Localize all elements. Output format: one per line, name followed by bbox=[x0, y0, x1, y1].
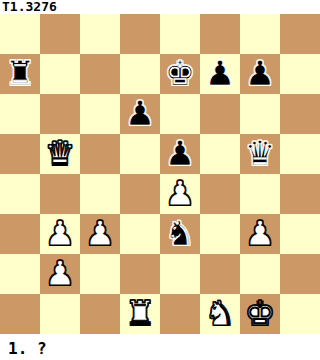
piece-white-king[interactable]: ♚ bbox=[245, 294, 275, 333]
square-d1[interactable]: ♜ bbox=[120, 294, 160, 334]
square-c7[interactable] bbox=[80, 54, 120, 94]
square-b1[interactable] bbox=[40, 294, 80, 334]
piece-black-queen[interactable]: ♛ bbox=[245, 134, 275, 173]
square-f3[interactable] bbox=[200, 214, 240, 254]
square-f5[interactable] bbox=[200, 134, 240, 174]
square-h4[interactable] bbox=[280, 174, 320, 214]
piece-black-rook[interactable]: ♜ bbox=[5, 54, 35, 93]
square-g8[interactable] bbox=[240, 14, 280, 54]
piece-black-king[interactable]: ♚ bbox=[165, 54, 195, 93]
square-e4[interactable]: ♟ bbox=[160, 174, 200, 214]
square-a5[interactable] bbox=[0, 134, 40, 174]
square-a8[interactable] bbox=[0, 14, 40, 54]
square-e5[interactable]: ♟ bbox=[160, 134, 200, 174]
square-a2[interactable] bbox=[0, 254, 40, 294]
square-f6[interactable] bbox=[200, 94, 240, 134]
square-g1[interactable]: ♚ bbox=[240, 294, 280, 334]
square-h2[interactable] bbox=[280, 254, 320, 294]
square-g4[interactable] bbox=[240, 174, 280, 214]
piece-white-queen[interactable]: ♛ bbox=[45, 134, 75, 173]
puzzle-page: T1.3276 ♜♚♟♟♟♛♟♛♟♟♟♞♟♟♜♞♚ 1. ? bbox=[0, 0, 320, 360]
square-c4[interactable] bbox=[80, 174, 120, 214]
square-e7[interactable]: ♚ bbox=[160, 54, 200, 94]
square-e2[interactable] bbox=[160, 254, 200, 294]
square-g7[interactable]: ♟ bbox=[240, 54, 280, 94]
square-a6[interactable] bbox=[0, 94, 40, 134]
piece-white-pawn[interactable]: ♟ bbox=[45, 214, 75, 253]
square-f8[interactable] bbox=[200, 14, 240, 54]
square-b3[interactable]: ♟ bbox=[40, 214, 80, 254]
piece-white-pawn[interactable]: ♟ bbox=[45, 254, 75, 293]
square-b7[interactable] bbox=[40, 54, 80, 94]
square-b6[interactable] bbox=[40, 94, 80, 134]
square-f4[interactable] bbox=[200, 174, 240, 214]
square-a4[interactable] bbox=[0, 174, 40, 214]
piece-white-pawn[interactable]: ♟ bbox=[165, 174, 195, 213]
piece-black-knight[interactable]: ♞ bbox=[165, 214, 195, 253]
square-c6[interactable] bbox=[80, 94, 120, 134]
square-h3[interactable] bbox=[280, 214, 320, 254]
square-e3[interactable]: ♞ bbox=[160, 214, 200, 254]
square-h7[interactable] bbox=[280, 54, 320, 94]
square-g2[interactable] bbox=[240, 254, 280, 294]
piece-black-pawn[interactable]: ♟ bbox=[125, 94, 155, 133]
square-g5[interactable]: ♛ bbox=[240, 134, 280, 174]
square-b4[interactable] bbox=[40, 174, 80, 214]
piece-white-pawn[interactable]: ♟ bbox=[85, 214, 115, 253]
square-c3[interactable]: ♟ bbox=[80, 214, 120, 254]
square-c5[interactable] bbox=[80, 134, 120, 174]
piece-white-rook[interactable]: ♜ bbox=[125, 294, 155, 333]
move-prompt: 1. ? bbox=[0, 339, 320, 358]
piece-black-pawn[interactable]: ♟ bbox=[245, 54, 275, 93]
chess-board: ♜♚♟♟♟♛♟♛♟♟♟♞♟♟♜♞♚ bbox=[0, 14, 320, 334]
square-d4[interactable] bbox=[120, 174, 160, 214]
square-e6[interactable] bbox=[160, 94, 200, 134]
square-f7[interactable]: ♟ bbox=[200, 54, 240, 94]
square-b2[interactable]: ♟ bbox=[40, 254, 80, 294]
piece-white-knight[interactable]: ♞ bbox=[205, 294, 235, 333]
square-d2[interactable] bbox=[120, 254, 160, 294]
square-f1[interactable]: ♞ bbox=[200, 294, 240, 334]
square-g3[interactable]: ♟ bbox=[240, 214, 280, 254]
square-h1[interactable] bbox=[280, 294, 320, 334]
square-d5[interactable] bbox=[120, 134, 160, 174]
square-a7[interactable]: ♜ bbox=[0, 54, 40, 94]
square-d6[interactable]: ♟ bbox=[120, 94, 160, 134]
square-d3[interactable] bbox=[120, 214, 160, 254]
square-h8[interactable] bbox=[280, 14, 320, 54]
square-f2[interactable] bbox=[200, 254, 240, 294]
square-c1[interactable] bbox=[80, 294, 120, 334]
puzzle-title: T1.3276 bbox=[0, 0, 320, 14]
square-d7[interactable] bbox=[120, 54, 160, 94]
square-c8[interactable] bbox=[80, 14, 120, 54]
square-c2[interactable] bbox=[80, 254, 120, 294]
square-e1[interactable] bbox=[160, 294, 200, 334]
piece-black-pawn[interactable]: ♟ bbox=[165, 134, 195, 173]
square-h5[interactable] bbox=[280, 134, 320, 174]
square-b8[interactable] bbox=[40, 14, 80, 54]
square-a3[interactable] bbox=[0, 214, 40, 254]
square-h6[interactable] bbox=[280, 94, 320, 134]
square-b5[interactable]: ♛ bbox=[40, 134, 80, 174]
square-g6[interactable] bbox=[240, 94, 280, 134]
square-a1[interactable] bbox=[0, 294, 40, 334]
square-e8[interactable] bbox=[160, 14, 200, 54]
square-d8[interactable] bbox=[120, 14, 160, 54]
piece-black-pawn[interactable]: ♟ bbox=[205, 54, 235, 93]
piece-white-pawn[interactable]: ♟ bbox=[245, 214, 275, 253]
